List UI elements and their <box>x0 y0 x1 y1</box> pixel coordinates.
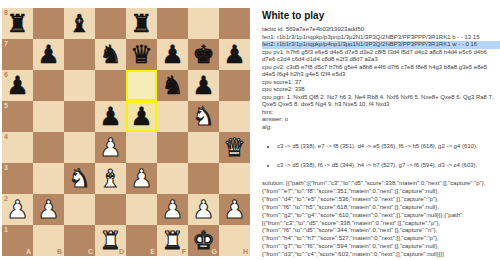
square-h4[interactable]: ♛ <box>219 132 250 163</box>
square-d7[interactable]: ♞ <box>95 39 126 70</box>
solution-line-8: {"from":"g7","to":"f6","score":594,"mate… <box>262 243 500 251</box>
square-b8[interactable] <box>33 8 64 39</box>
black-pawn[interactable]: ♟ <box>188 70 219 101</box>
square-a5[interactable]: 5 <box>2 101 33 132</box>
square-f4[interactable] <box>157 132 188 163</box>
white-bishop[interactable]: ♝ <box>95 163 126 194</box>
white-pawn[interactable]: ♟ <box>157 194 188 225</box>
square-b5[interactable] <box>33 101 64 132</box>
square-h8[interactable] <box>219 8 250 39</box>
solution-line-5: [{"from":"c3","to":"d5","score":338,"mat… <box>262 220 500 228</box>
square-f3[interactable] <box>157 163 188 194</box>
analysis-panel: White to play tactic id: 569a7ee7e4b03f1… <box>262 10 500 259</box>
white-knight[interactable]: ♞ <box>64 163 95 194</box>
square-e7[interactable]: ♛ <box>126 39 157 70</box>
chess-board: 8♜♝♜7♟♞♛♟♚♟6♟♞♟5♟♟♞4♟♛3♞♝♟2♟♟♟♟♟1ABCD♜EF… <box>2 8 250 256</box>
square-h2[interactable]: ♟ <box>219 194 250 225</box>
square-e2[interactable] <box>126 194 157 225</box>
info-line-3: cpu pv1: h7h6 g5f3 e6e5 d4e5 d7e5 d3e2 c… <box>262 49 500 57</box>
square-c4[interactable] <box>64 132 95 163</box>
square-e1[interactable]: E <box>126 225 157 256</box>
square-a7[interactable]: 7 <box>2 39 33 70</box>
square-e4[interactable] <box>126 132 157 163</box>
square-g1[interactable]: G♚ <box>188 225 219 256</box>
square-b6[interactable] <box>33 70 64 101</box>
solution-line-6: {"from":"f6","to":"d5","score":344,"mate… <box>262 227 500 235</box>
file-label-b: B <box>57 248 62 255</box>
square-d5[interactable]: ♟ <box>95 101 126 132</box>
white-pawn[interactable]: ♟ <box>95 132 126 163</box>
info-line-0: tactic id: 569a7ee7e4b03f19923add50 <box>262 26 500 34</box>
info-line-13: alg: <box>262 124 500 132</box>
square-d3[interactable]: ♝ <box>95 163 126 194</box>
square-f1[interactable]: F♜ <box>157 225 188 256</box>
black-knight[interactable]: ♞ <box>95 39 126 70</box>
black-pawn[interactable]: ♟ <box>95 101 126 132</box>
black-rook[interactable]: ♜ <box>126 8 157 39</box>
square-h7[interactable]: ♟ <box>219 39 250 70</box>
square-g5[interactable]: ♞ <box>188 101 219 132</box>
info-lines: tactic id: 569a7ee7e4b03f19923add50fen1:… <box>262 26 500 131</box>
solution-line-4: {"from":"g2","to":"g4","score":610,"mate… <box>262 212 500 220</box>
rank-label-5: 5 <box>4 102 8 109</box>
info-line-11: hint: <box>262 109 500 117</box>
square-g6[interactable]: ♟ <box>188 70 219 101</box>
black-king[interactable]: ♚ <box>188 39 219 70</box>
square-c3[interactable]: ♞ <box>64 163 95 194</box>
page-title: White to play <box>262 10 500 21</box>
info-line-8: cpu score2: 338 <box>262 86 500 94</box>
info-line-7: cpu score1: 37 <box>262 79 500 87</box>
alg-item-0: c3 -> d5 (338), e7 -> f8 (351), d4 -> e5… <box>277 143 500 151</box>
white-pawn[interactable]: ♟ <box>126 163 157 194</box>
square-f7[interactable]: ♟ <box>157 39 188 70</box>
square-g7[interactable]: ♚ <box>188 39 219 70</box>
square-h5[interactable] <box>219 101 250 132</box>
white-rook[interactable]: ♜ <box>157 225 188 256</box>
white-pawn[interactable]: ♟ <box>219 194 250 225</box>
info-line-9: cpu pgn: 1. Nxd5 Qf8 2. Nc7 h6 3. Ne4 Rb… <box>262 94 500 102</box>
square-b3[interactable] <box>33 163 64 194</box>
square-c6[interactable] <box>64 70 95 101</box>
square-f8[interactable] <box>157 8 188 39</box>
square-f2[interactable]: ♟ <box>157 194 188 225</box>
square-c8[interactable]: ♝ <box>64 8 95 39</box>
black-bishop[interactable]: ♝ <box>64 8 95 39</box>
square-h6[interactable] <box>219 70 250 101</box>
black-pawn[interactable]: ♟ <box>157 39 188 70</box>
alg-list: c3 -> d5 (338), e7 -> f8 (351), d4 -> e5… <box>262 143 500 169</box>
rank-label-3: 3 <box>4 164 8 171</box>
white-queen[interactable]: ♛ <box>219 132 250 163</box>
black-pawn[interactable]: ♟ <box>2 70 33 101</box>
square-a1[interactable]: 1A <box>2 225 33 256</box>
black-queen[interactable]: ♛ <box>126 39 157 70</box>
square-d8[interactable] <box>95 8 126 39</box>
black-pawn[interactable]: ♟ <box>33 39 64 70</box>
square-h3[interactable] <box>219 163 250 194</box>
white-pawn[interactable]: ♟ <box>33 194 64 225</box>
rank-label-7: 7 <box>4 40 8 47</box>
square-c5[interactable] <box>64 101 95 132</box>
square-a4[interactable]: 4 <box>2 132 33 163</box>
solution-line-7: {"from":"h4","to":"h7","score":527,"mate… <box>262 235 500 243</box>
square-b4[interactable] <box>33 132 64 163</box>
square-c7[interactable] <box>64 39 95 70</box>
rank-label-1: 1 <box>4 226 8 233</box>
square-a2[interactable]: 2♟ <box>2 194 33 225</box>
square-a6[interactable]: 6♟ <box>2 70 33 101</box>
square-g4[interactable] <box>188 132 219 163</box>
alg-item-1: c3 -> d5 (338), f6 -> d5 (344), h4 -> h7… <box>277 162 500 170</box>
square-e6[interactable] <box>126 70 157 101</box>
white-king[interactable]: ♚ <box>188 225 219 256</box>
square-d2[interactable] <box>95 194 126 225</box>
black-rook[interactable]: ♜ <box>2 8 33 39</box>
info-line-1: fen1: r1b1r3/1p1nqpkp/p3pnp1/3p2N1/3P3Q/… <box>262 34 500 42</box>
square-f5[interactable] <box>157 101 188 132</box>
black-knight[interactable]: ♞ <box>157 70 188 101</box>
info-line-12: answer: u <box>262 116 500 124</box>
square-d6[interactable] <box>95 70 126 101</box>
black-pawn[interactable]: ♟ <box>219 39 250 70</box>
square-g3[interactable] <box>188 163 219 194</box>
solution-block: solution: [{"path":[{"from":"c3","to":"d… <box>262 180 500 259</box>
square-f6[interactable]: ♞ <box>157 70 188 101</box>
info-line-4: d7e6 c2d4 c6d4 d1d4 c8d8 e2f3 d8d7 a2a3 <box>262 56 500 64</box>
square-g8[interactable] <box>188 8 219 39</box>
fen2-line-selected: fen2: r1b1r3/1p1nqpkp/p4np1/3pp1N1/3P3Q/… <box>262 41 500 49</box>
square-e8[interactable]: ♜ <box>126 8 157 39</box>
square-b1[interactable]: B <box>33 225 64 256</box>
info-line-6: d4e5 f6g4 h2h3 g4e5 f2f4 e5d3 <box>262 71 500 79</box>
square-g2[interactable]: ♟ <box>188 194 219 225</box>
rank-label-4: 4 <box>4 133 8 140</box>
solution-line-2: {"from":"d4","to":"e5","score":536,"mate… <box>262 196 500 204</box>
square-c2[interactable] <box>64 194 95 225</box>
square-a8[interactable]: 8♜ <box>2 8 33 39</box>
solution-line-3: {"from":"f6","to":"h5","score":618,"mate… <box>262 204 500 212</box>
white-knight[interactable]: ♞ <box>188 101 219 132</box>
square-e3[interactable]: ♟ <box>126 163 157 194</box>
info-line-5: cpu pv2: c3d5 e7f8 d5c7 h7h6 g5e4 a8b8 e… <box>262 64 500 72</box>
black-pawn[interactable]: ♟ <box>126 101 157 132</box>
square-d1[interactable]: D♜ <box>95 225 126 256</box>
square-e5[interactable]: ♟ <box>126 101 157 132</box>
square-b7[interactable]: ♟ <box>33 39 64 70</box>
white-pawn[interactable]: ♟ <box>2 194 33 225</box>
solution-line-9: {"from":"d3","to":"c4","score":603,"mate… <box>262 251 500 259</box>
square-d4[interactable]: ♟ <box>95 132 126 163</box>
solution-line-0: solution: [{"path":[{"from":"c3","to":"d… <box>262 180 500 188</box>
file-label-e: E <box>150 248 155 255</box>
square-a3[interactable]: 3 <box>2 163 33 194</box>
square-c1[interactable]: C <box>64 225 95 256</box>
white-rook[interactable]: ♜ <box>95 225 126 256</box>
file-label-h: H <box>243 248 248 255</box>
file-label-c: C <box>88 248 93 255</box>
file-label-a: A <box>26 248 31 255</box>
solution-line-1: {"from":"e7","to":"f8","score":351,"mate… <box>262 188 500 196</box>
white-pawn[interactable]: ♟ <box>188 194 219 225</box>
info-line-10: Qxe5 Qxe5 8. dxe5 Ng4 9. h3 Nxe5 10. f4 … <box>262 101 500 109</box>
square-h1[interactable]: H <box>219 225 250 256</box>
square-b2[interactable]: ♟ <box>33 194 64 225</box>
